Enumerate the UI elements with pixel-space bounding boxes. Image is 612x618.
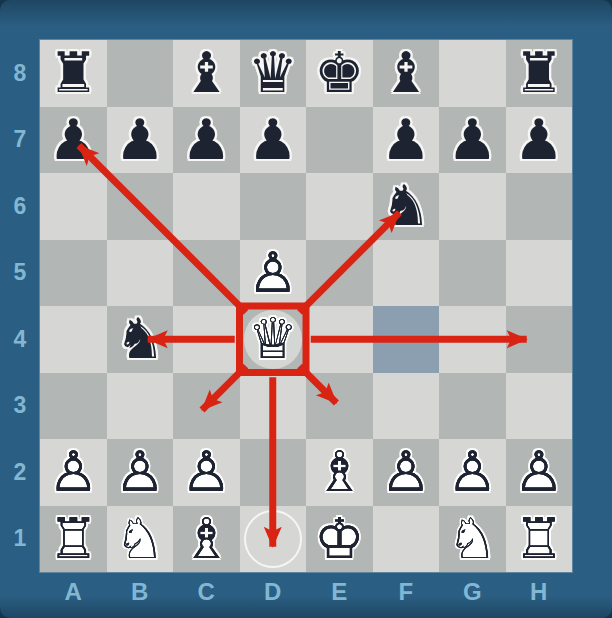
square-d1[interactable] <box>240 506 307 573</box>
move-origin-ring <box>244 510 303 569</box>
file-label-B: B <box>107 573 174 611</box>
rank-label-7: 7 <box>0 107 40 174</box>
chess-board: ♜♝♛♚♝♜♟♟♟♟♟♟♟♞♟♙♞♛♕♟♙♟♙♟♙♝♗♟♙♟♙♟♙♜♖♞♘♝♗♚… <box>40 40 572 572</box>
file-label-E: E <box>306 573 373 611</box>
square-e5[interactable] <box>306 240 373 307</box>
square-h4[interactable] <box>506 306 573 373</box>
square-d7[interactable]: ♟ <box>240 107 307 174</box>
file-label-C: C <box>173 573 240 611</box>
square-a5[interactable] <box>40 240 107 307</box>
square-g4[interactable] <box>439 306 506 373</box>
square-b1[interactable]: ♞♘ <box>107 506 174 573</box>
piece-body: ♝ <box>173 40 240 107</box>
piece-outline: ♕ <box>240 306 307 373</box>
piece-outline: ♙ <box>373 439 440 506</box>
white-pawn-d5[interactable]: ♟♙ <box>240 240 307 307</box>
rank-label-3: 3 <box>0 373 40 440</box>
black-pawn-c7[interactable]: ♟ <box>173 107 240 174</box>
file-label-H: H <box>506 573 573 611</box>
white-pawn-a2[interactable]: ♟♙ <box>40 439 107 506</box>
rank-label-5: 5 <box>0 240 40 307</box>
black-rook-a8[interactable]: ♜ <box>40 40 107 107</box>
square-d6[interactable] <box>240 173 307 240</box>
piece-outline: ♙ <box>107 439 174 506</box>
piece-outline: ♔ <box>306 506 373 573</box>
square-a7[interactable]: ♟ <box>40 107 107 174</box>
square-g3[interactable] <box>439 373 506 440</box>
square-e7[interactable] <box>306 107 373 174</box>
file-label-F: F <box>373 573 440 611</box>
square-g2[interactable]: ♟♙ <box>439 439 506 506</box>
piece-outline: ♘ <box>107 506 174 573</box>
white-queen-d4[interactable]: ♛♕ <box>240 306 307 373</box>
rank-label-4: 4 <box>0 306 40 373</box>
white-knight-g1[interactable]: ♞♘ <box>439 506 506 573</box>
rank-label-8: 8 <box>0 40 40 107</box>
square-b4[interactable]: ♞ <box>107 306 174 373</box>
square-e3[interactable] <box>306 373 373 440</box>
rank-label-2: 2 <box>0 439 40 506</box>
square-f7[interactable]: ♟ <box>373 107 440 174</box>
square-h8[interactable]: ♜ <box>506 40 573 107</box>
black-rook-h8[interactable]: ♜ <box>506 40 573 107</box>
piece-body: ♟ <box>439 107 506 174</box>
white-bishop-c1[interactable]: ♝♗ <box>173 506 240 573</box>
piece-outline: ♗ <box>306 439 373 506</box>
square-h3[interactable] <box>506 373 573 440</box>
square-c8[interactable]: ♝ <box>173 40 240 107</box>
square-b8[interactable] <box>107 40 174 107</box>
white-pawn-f2[interactable]: ♟♙ <box>373 439 440 506</box>
square-g1[interactable]: ♞♘ <box>439 506 506 573</box>
square-a6[interactable] <box>40 173 107 240</box>
square-a4[interactable] <box>40 306 107 373</box>
black-pawn-d7[interactable]: ♟ <box>240 107 307 174</box>
black-pawn-f7[interactable]: ♟ <box>373 107 440 174</box>
file-label-G: G <box>439 573 506 611</box>
black-bishop-f8[interactable]: ♝ <box>373 40 440 107</box>
square-b7[interactable]: ♟ <box>107 107 174 174</box>
black-queen-d8[interactable]: ♛ <box>240 40 307 107</box>
square-b5[interactable] <box>107 240 174 307</box>
white-bishop-e2[interactable]: ♝♗ <box>306 439 373 506</box>
square-c4[interactable] <box>173 306 240 373</box>
square-f3[interactable] <box>373 373 440 440</box>
black-knight-b4[interactable]: ♞ <box>107 306 174 373</box>
square-b6[interactable] <box>107 173 174 240</box>
black-pawn-g7[interactable]: ♟ <box>439 107 506 174</box>
piece-body: ♟ <box>40 107 107 174</box>
black-pawn-b7[interactable]: ♟ <box>107 107 174 174</box>
square-a1[interactable]: ♜♖ <box>40 506 107 573</box>
square-h7[interactable]: ♟ <box>506 107 573 174</box>
piece-outline: ♘ <box>439 506 506 573</box>
square-d3[interactable] <box>240 373 307 440</box>
white-rook-h1[interactable]: ♜♖ <box>506 506 573 573</box>
piece-body: ♟ <box>107 107 174 174</box>
white-pawn-h2[interactable]: ♟♙ <box>506 439 573 506</box>
white-pawn-g2[interactable]: ♟♙ <box>439 439 506 506</box>
piece-outline: ♗ <box>173 506 240 573</box>
black-pawn-h7[interactable]: ♟ <box>506 107 573 174</box>
square-e6[interactable] <box>306 173 373 240</box>
rank-label-1: 1 <box>0 506 40 573</box>
square-c2[interactable]: ♟♙ <box>173 439 240 506</box>
piece-outline: ♙ <box>439 439 506 506</box>
piece-body: ♞ <box>107 306 174 373</box>
rank-label-6: 6 <box>0 173 40 240</box>
file-label-A: A <box>40 573 107 611</box>
square-e2[interactable]: ♝♗ <box>306 439 373 506</box>
piece-outline: ♖ <box>506 506 573 573</box>
piece-outline: ♙ <box>240 240 307 307</box>
black-pawn-a7[interactable]: ♟ <box>40 107 107 174</box>
square-f5[interactable] <box>373 240 440 307</box>
piece-body: ♟ <box>173 107 240 174</box>
white-king-e1[interactable]: ♚♔ <box>306 506 373 573</box>
square-b2[interactable]: ♟♙ <box>107 439 174 506</box>
piece-body: ♟ <box>373 107 440 174</box>
piece-body: ♜ <box>40 40 107 107</box>
piece-outline: ♖ <box>40 506 107 573</box>
square-g8[interactable] <box>439 40 506 107</box>
piece-body: ♞ <box>373 173 440 240</box>
square-b3[interactable] <box>107 373 174 440</box>
square-f2[interactable]: ♟♙ <box>373 439 440 506</box>
white-pawn-c2[interactable]: ♟♙ <box>173 439 240 506</box>
square-e1[interactable]: ♚♔ <box>306 506 373 573</box>
square-h6[interactable] <box>506 173 573 240</box>
piece-body: ♟ <box>506 107 573 174</box>
black-bishop-c8[interactable]: ♝ <box>173 40 240 107</box>
square-c3[interactable] <box>173 373 240 440</box>
white-pawn-b2[interactable]: ♟♙ <box>107 439 174 506</box>
square-a3[interactable] <box>40 373 107 440</box>
piece-outline: ♙ <box>173 439 240 506</box>
black-knight-f6[interactable]: ♞ <box>373 173 440 240</box>
square-c5[interactable] <box>173 240 240 307</box>
piece-body: ♟ <box>240 107 307 174</box>
square-a8[interactable]: ♜ <box>40 40 107 107</box>
square-h1[interactable]: ♜♖ <box>506 506 573 573</box>
square-a2[interactable]: ♟♙ <box>40 439 107 506</box>
square-h2[interactable]: ♟♙ <box>506 439 573 506</box>
piece-body: ♝ <box>373 40 440 107</box>
square-d5[interactable]: ♟♙ <box>240 240 307 307</box>
square-e8[interactable]: ♚ <box>306 40 373 107</box>
black-king-e8[interactable]: ♚ <box>306 40 373 107</box>
white-rook-a1[interactable]: ♜♖ <box>40 506 107 573</box>
square-f6[interactable]: ♞ <box>373 173 440 240</box>
piece-outline: ♙ <box>40 439 107 506</box>
chess-app-panel: ♜♝♛♚♝♜♟♟♟♟♟♟♟♞♟♙♞♛♕♟♙♟♙♟♙♝♗♟♙♟♙♟♙♜♖♞♘♝♗♚… <box>0 0 612 618</box>
square-e4[interactable] <box>306 306 373 373</box>
file-label-D: D <box>240 573 307 611</box>
white-knight-b1[interactable]: ♞♘ <box>107 506 174 573</box>
square-c6[interactable] <box>173 173 240 240</box>
square-f1[interactable] <box>373 506 440 573</box>
square-g7[interactable]: ♟ <box>439 107 506 174</box>
piece-outline: ♙ <box>506 439 573 506</box>
square-f8[interactable]: ♝ <box>373 40 440 107</box>
square-f4[interactable] <box>373 306 440 373</box>
piece-body: ♜ <box>506 40 573 107</box>
square-d8[interactable]: ♛ <box>240 40 307 107</box>
square-g5[interactable] <box>439 240 506 307</box>
square-c7[interactable]: ♟ <box>173 107 240 174</box>
square-d4[interactable]: ♛♕ <box>240 306 307 373</box>
square-d2[interactable] <box>240 439 307 506</box>
piece-body: ♚ <box>306 40 373 107</box>
square-h5[interactable] <box>506 240 573 307</box>
square-c1[interactable]: ♝♗ <box>173 506 240 573</box>
square-g6[interactable] <box>439 173 506 240</box>
piece-body: ♛ <box>240 40 307 107</box>
